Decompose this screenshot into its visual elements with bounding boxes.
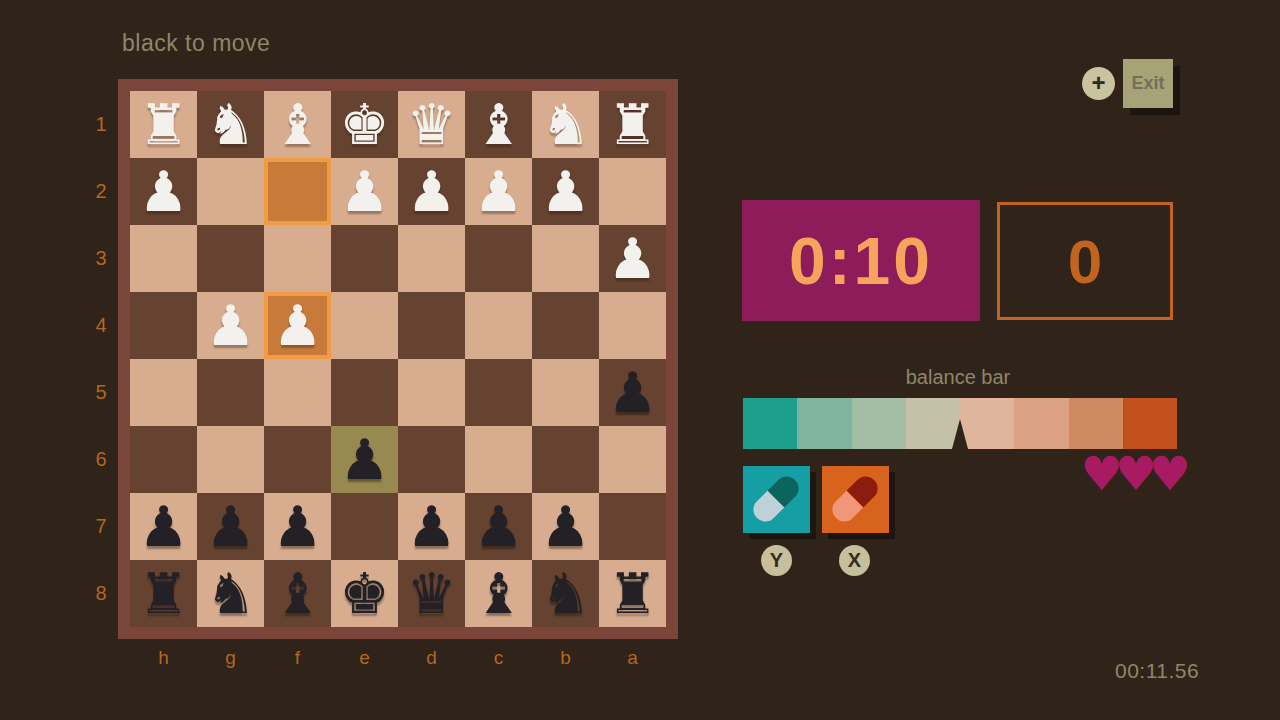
square-e5[interactable]: [331, 359, 398, 426]
square-g6[interactable]: [197, 426, 264, 493]
teal-pill-powerup[interactable]: [743, 466, 810, 533]
rank-label-2: 2: [90, 158, 112, 225]
piece-white-pawn: ♟: [130, 158, 197, 225]
balance-pointer-icon: [952, 419, 968, 449]
square-d7[interactable]: ♟: [398, 493, 465, 560]
balance-segment-1: [743, 398, 797, 449]
square-e1[interactable]: ♚: [331, 91, 398, 158]
piece-black-bishop: ♝: [264, 560, 331, 627]
square-b2[interactable]: ♟: [532, 158, 599, 225]
square-e7[interactable]: [331, 493, 398, 560]
piece-white-bishop: ♝: [264, 91, 331, 158]
square-g7[interactable]: ♟: [197, 493, 264, 560]
square-h7[interactable]: ♟: [130, 493, 197, 560]
square-b3[interactable]: [532, 225, 599, 292]
square-a1[interactable]: ♜: [599, 91, 666, 158]
balance-segment-2: [797, 398, 851, 449]
piece-white-pawn: ♟: [264, 292, 331, 359]
rank-label-8: 8: [90, 560, 112, 627]
rank-label-7: 7: [90, 493, 112, 560]
square-h5[interactable]: [130, 359, 197, 426]
gamepad-y-button-icon: Y: [761, 545, 792, 576]
square-c3[interactable]: [465, 225, 532, 292]
square-g8[interactable]: ♞: [197, 560, 264, 627]
piece-black-queen: ♛: [398, 560, 465, 627]
rank-label-4: 4: [90, 292, 112, 359]
square-a2[interactable]: [599, 158, 666, 225]
piece-black-pawn: ♟: [331, 426, 398, 493]
piece-white-pawn: ♟: [599, 225, 666, 292]
piece-white-rook: ♜: [130, 91, 197, 158]
piece-white-pawn: ♟: [331, 158, 398, 225]
heart-icon: ♥: [1081, 446, 1115, 501]
square-f3[interactable]: [264, 225, 331, 292]
piece-black-rook: ♜: [130, 560, 197, 627]
square-f2[interactable]: [264, 158, 331, 225]
piece-black-pawn: ♟: [532, 493, 599, 560]
square-a8[interactable]: ♜: [599, 560, 666, 627]
elapsed-time: 00:11.56: [1115, 659, 1199, 683]
square-h6[interactable]: [130, 426, 197, 493]
square-c7[interactable]: ♟: [465, 493, 532, 560]
square-h2[interactable]: ♟: [130, 158, 197, 225]
move-timer-value: 0:10: [789, 223, 933, 299]
piece-white-queen: ♛: [398, 91, 465, 158]
square-b5[interactable]: [532, 359, 599, 426]
piece-white-knight: ♞: [197, 91, 264, 158]
piece-white-knight: ♞: [532, 91, 599, 158]
pill-icon: [748, 471, 803, 526]
file-label-b: b: [532, 648, 599, 668]
square-c2[interactable]: ♟: [465, 158, 532, 225]
lives-hearts: ♥♥♥: [1058, 450, 1183, 497]
square-b8[interactable]: ♞: [532, 560, 599, 627]
square-f7[interactable]: ♟: [264, 493, 331, 560]
piece-white-king: ♚: [331, 91, 398, 158]
piece-black-pawn: ♟: [130, 493, 197, 560]
square-f4[interactable]: ♟: [264, 292, 331, 359]
square-c8[interactable]: ♝: [465, 560, 532, 627]
balance-bar-label: balance bar: [742, 366, 1174, 389]
square-b6[interactable]: [532, 426, 599, 493]
piece-black-pawn: ♟: [599, 359, 666, 426]
square-a4[interactable]: [599, 292, 666, 359]
rank-label-6: 6: [90, 426, 112, 493]
score-value: 0: [1068, 226, 1102, 297]
square-a7[interactable]: [599, 493, 666, 560]
pill-icon: [827, 471, 882, 526]
file-label-c: c: [465, 648, 532, 668]
square-g2[interactable]: [197, 158, 264, 225]
square-g3[interactable]: [197, 225, 264, 292]
square-b1[interactable]: ♞: [532, 91, 599, 158]
rank-label-5: 5: [90, 359, 112, 426]
game-screen: black to move + Exit 12345678 ♜♞♝♚♛♝♞♜♟♟…: [0, 0, 1280, 720]
square-a5[interactable]: ♟: [599, 359, 666, 426]
file-label-a: a: [599, 648, 666, 668]
square-d3[interactable]: [398, 225, 465, 292]
file-label-e: e: [331, 648, 398, 668]
file-labels: hgfedcba: [130, 648, 666, 668]
piece-black-king: ♚: [331, 560, 398, 627]
square-f1[interactable]: ♝: [264, 91, 331, 158]
turn-status: black to move: [122, 30, 270, 57]
piece-black-pawn: ♟: [465, 493, 532, 560]
square-d6[interactable]: [398, 426, 465, 493]
balance-segment-6: [1014, 398, 1068, 449]
chess-board: ♜♞♝♚♛♝♞♜♟♟♟♟♟♟♟♟♟♟♟♟♟♟♟♟♜♞♝♚♛♝♞♜: [130, 91, 666, 627]
rank-labels: 12345678: [90, 91, 112, 627]
piece-black-pawn: ♟: [398, 493, 465, 560]
square-a3[interactable]: ♟: [599, 225, 666, 292]
square-c6[interactable]: [465, 426, 532, 493]
square-f5[interactable]: [264, 359, 331, 426]
balance-segment-3: [852, 398, 906, 449]
piece-black-knight: ♞: [532, 560, 599, 627]
piece-white-rook: ♜: [599, 91, 666, 158]
piece-white-pawn: ♟: [197, 292, 264, 359]
balance-bar: [743, 398, 1177, 449]
gamepad-x-button-icon: X: [839, 545, 870, 576]
piece-white-pawn: ♟: [532, 158, 599, 225]
piece-white-bishop: ♝: [465, 91, 532, 158]
square-h3[interactable]: [130, 225, 197, 292]
balance-segment-7: [1069, 398, 1123, 449]
rank-label-3: 3: [90, 225, 112, 292]
square-d1[interactable]: ♛: [398, 91, 465, 158]
piece-white-pawn: ♟: [465, 158, 532, 225]
balance-segment-5: [960, 398, 1014, 449]
square-g5[interactable]: [197, 359, 264, 426]
piece-black-pawn: ♟: [264, 493, 331, 560]
square-h4[interactable]: [130, 292, 197, 359]
piece-black-pawn: ♟: [197, 493, 264, 560]
square-e4[interactable]: [331, 292, 398, 359]
square-a6[interactable]: [599, 426, 666, 493]
file-label-g: g: [197, 648, 264, 668]
square-h8[interactable]: ♜: [130, 560, 197, 627]
file-label-h: h: [130, 648, 197, 668]
rank-label-1: 1: [90, 91, 112, 158]
square-d2[interactable]: ♟: [398, 158, 465, 225]
square-c5[interactable]: [465, 359, 532, 426]
square-f6[interactable]: [264, 426, 331, 493]
plus-button[interactable]: +: [1082, 67, 1115, 100]
piece-black-bishop: ♝: [465, 560, 532, 627]
square-d5[interactable]: [398, 359, 465, 426]
square-e6[interactable]: ♟: [331, 426, 398, 493]
square-b4[interactable]: [532, 292, 599, 359]
heart-icon: ♥: [1115, 446, 1149, 501]
file-label-d: d: [398, 648, 465, 668]
file-label-f: f: [264, 648, 331, 668]
square-h1[interactable]: ♜: [130, 91, 197, 158]
balance-segment-8: [1123, 398, 1177, 449]
square-d8[interactable]: ♛: [398, 560, 465, 627]
square-g4[interactable]: ♟: [197, 292, 264, 359]
piece-black-knight: ♞: [197, 560, 264, 627]
chess-board-frame: ♜♞♝♚♛♝♞♜♟♟♟♟♟♟♟♟♟♟♟♟♟♟♟♟♜♞♝♚♛♝♞♜: [118, 79, 678, 639]
square-d4[interactable]: [398, 292, 465, 359]
score-panel: 0: [997, 202, 1173, 320]
square-g1[interactable]: ♞: [197, 91, 264, 158]
orange-pill-powerup[interactable]: [822, 466, 889, 533]
square-c4[interactable]: [465, 292, 532, 359]
exit-button[interactable]: Exit: [1123, 59, 1173, 108]
square-c1[interactable]: ♝: [465, 91, 532, 158]
square-e2[interactable]: ♟: [331, 158, 398, 225]
move-timer-panel: 0:10: [742, 200, 980, 321]
piece-white-pawn: ♟: [398, 158, 465, 225]
piece-black-rook: ♜: [599, 560, 666, 627]
heart-icon: ♥: [1149, 446, 1183, 501]
square-b7[interactable]: ♟: [532, 493, 599, 560]
square-e8[interactable]: ♚: [331, 560, 398, 627]
square-e3[interactable]: [331, 225, 398, 292]
square-f8[interactable]: ♝: [264, 560, 331, 627]
